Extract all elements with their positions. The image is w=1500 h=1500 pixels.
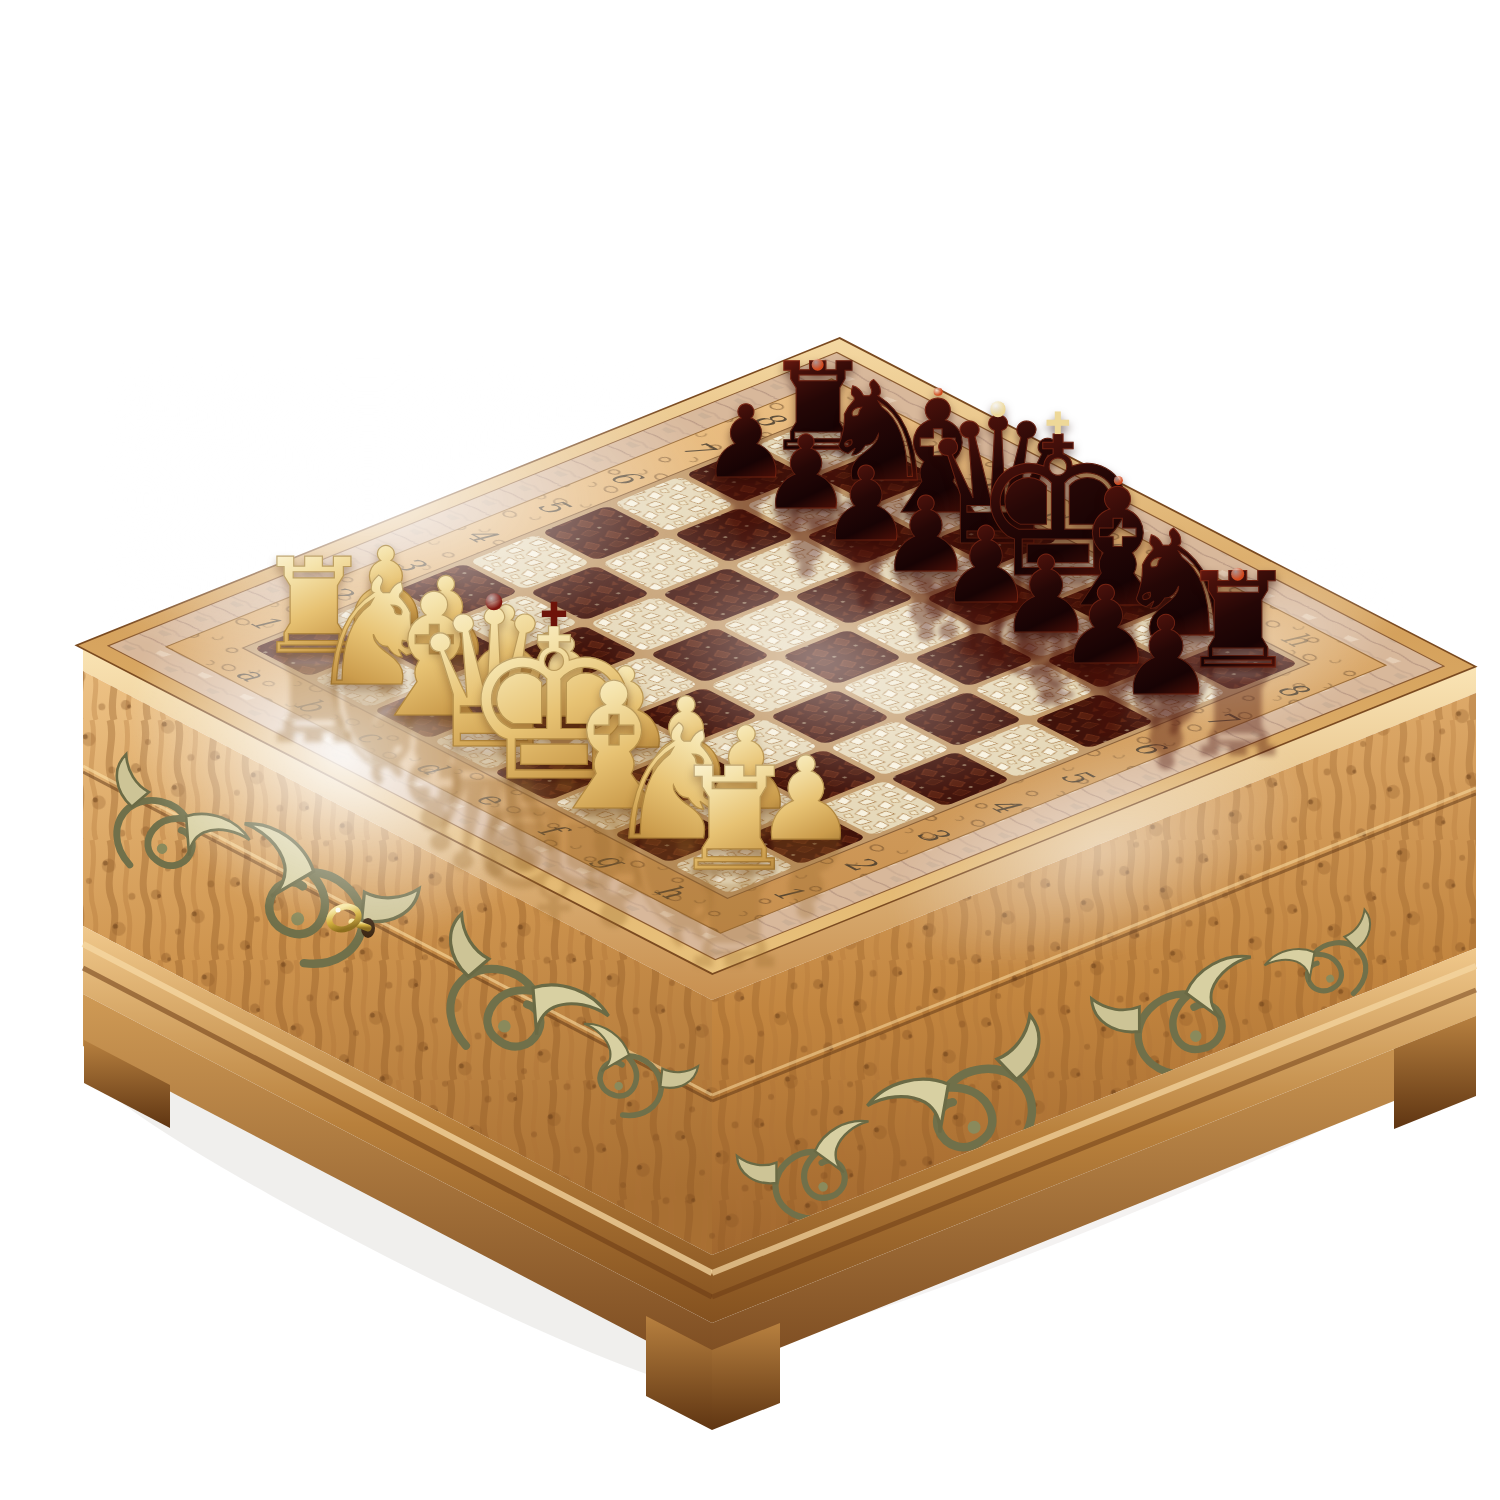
chess-box: aabbccddeeffgghh1122334455667788 [0, 0, 1500, 1500]
product-photo-stage: aabbccddeeffgghh1122334455667788 ♜♜♞♞♝♝♛… [0, 0, 1500, 1500]
